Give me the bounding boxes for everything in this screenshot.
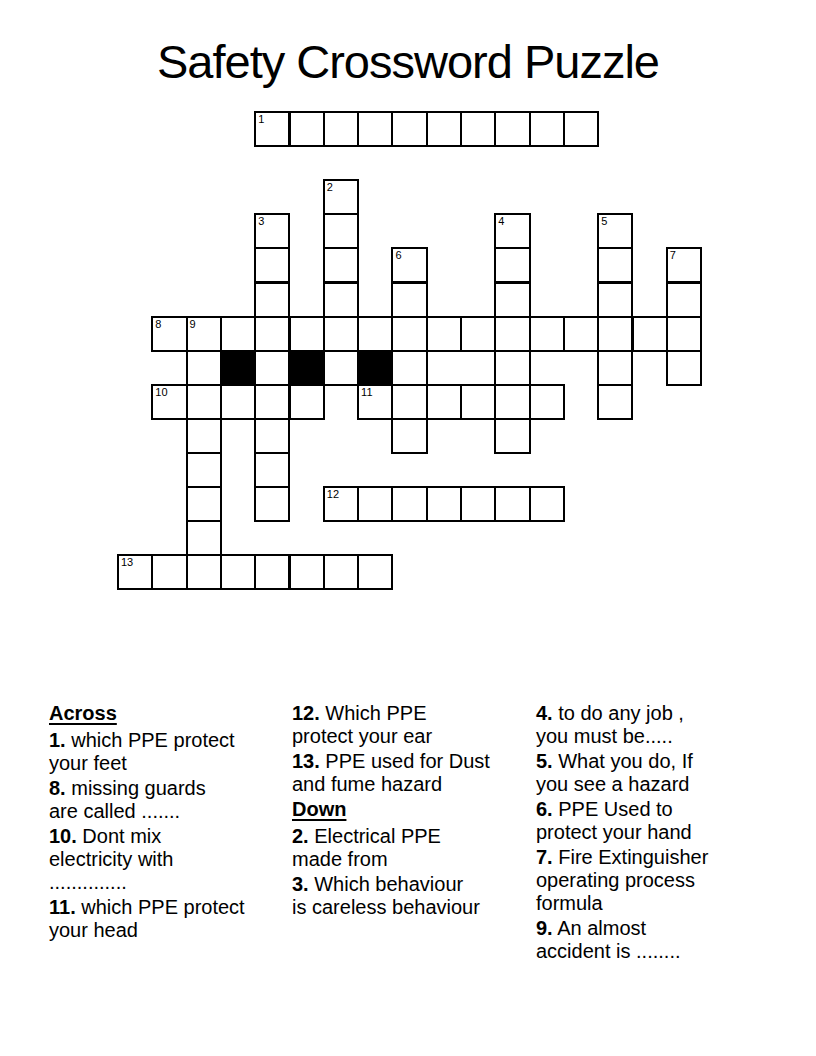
clue-label-3: 3. bbox=[292, 873, 309, 895]
clue-13: 13. PPE used for Dust and fume hazard bbox=[292, 750, 530, 796]
cell-r6c1[interactable]: 8 bbox=[151, 316, 187, 352]
cell-r7c14[interactable] bbox=[597, 350, 633, 386]
cell-r13c5[interactable] bbox=[289, 554, 325, 590]
clue-text-11: which PPE protect your head bbox=[49, 896, 245, 941]
cell-r6c4[interactable] bbox=[254, 316, 290, 352]
clue-label-11: 11. bbox=[49, 896, 76, 918]
clues-column-right: 4. to do any job , you must be.....5. Wh… bbox=[536, 702, 778, 965]
cell-r5c8[interactable] bbox=[391, 282, 427, 318]
black-cell-r7c3 bbox=[220, 350, 256, 386]
cell-r8c9[interactable] bbox=[426, 384, 462, 420]
clue-number-8: 8 bbox=[155, 318, 161, 331]
cell-r13c7[interactable] bbox=[357, 554, 393, 590]
cell-r9c11[interactable] bbox=[494, 418, 530, 454]
clues-column-middle: 12. Which PPE protect your ear13. PPE us… bbox=[292, 702, 530, 921]
clue-4: 4. to do any job , you must be..... bbox=[536, 702, 778, 748]
cell-r13c1[interactable] bbox=[151, 554, 187, 590]
clue-1: 1. which PPE protect your feet bbox=[49, 729, 287, 775]
cell-r11c6[interactable]: 12 bbox=[323, 486, 359, 522]
cell-r4c14[interactable] bbox=[597, 247, 633, 283]
cell-r8c12[interactable] bbox=[529, 384, 565, 420]
cell-r5c6[interactable] bbox=[323, 282, 359, 318]
cell-r4c6[interactable] bbox=[323, 247, 359, 283]
clue-12: 12. Which PPE protect your ear bbox=[292, 702, 530, 748]
cell-r6c6[interactable] bbox=[323, 316, 359, 352]
cell-r0c12[interactable] bbox=[529, 111, 565, 147]
cell-r4c16[interactable]: 7 bbox=[666, 247, 702, 283]
cell-r5c16[interactable] bbox=[666, 282, 702, 318]
clue-2: 2. Electrical PPE made from bbox=[292, 825, 530, 871]
cell-r8c8[interactable] bbox=[391, 384, 427, 420]
cell-r11c11[interactable] bbox=[494, 486, 530, 522]
cell-r8c7[interactable]: 11 bbox=[357, 384, 393, 420]
cell-r11c7[interactable] bbox=[357, 486, 393, 522]
cell-r0c4[interactable]: 1 bbox=[254, 111, 290, 147]
clue-6: 6. PPE Used to protect your hand bbox=[536, 798, 778, 844]
cell-r6c15[interactable] bbox=[632, 316, 668, 352]
cell-r8c2[interactable] bbox=[186, 384, 222, 420]
clue-9: 9. An almost accident is ........ bbox=[536, 917, 778, 963]
crossword-grid: 12345678910111213 bbox=[117, 111, 705, 593]
cell-r6c16[interactable] bbox=[666, 316, 702, 352]
cell-r3c14[interactable]: 5 bbox=[597, 213, 633, 249]
cell-r13c6[interactable] bbox=[323, 554, 359, 590]
clue-label-7: 7. bbox=[536, 846, 553, 868]
clue-text-7: Fire Extinguisher operating process form… bbox=[536, 846, 708, 914]
cell-r6c10[interactable] bbox=[460, 316, 496, 352]
cell-r10c2[interactable] bbox=[186, 452, 222, 488]
crossword-page: Safety Crossword Puzzle 1234567891011121… bbox=[0, 0, 816, 1056]
cell-r0c8[interactable] bbox=[391, 111, 427, 147]
across-heading: Across bbox=[49, 702, 287, 725]
clue-label-9: 9. bbox=[536, 917, 553, 939]
cell-r6c12[interactable] bbox=[529, 316, 565, 352]
cell-r0c10[interactable] bbox=[460, 111, 496, 147]
cell-r11c8[interactable] bbox=[391, 486, 427, 522]
cell-r7c8[interactable] bbox=[391, 350, 427, 386]
clue-number-10: 10 bbox=[155, 386, 167, 399]
cell-r10c4[interactable] bbox=[254, 452, 290, 488]
cell-r4c8[interactable]: 6 bbox=[391, 247, 427, 283]
cell-r3c6[interactable] bbox=[323, 213, 359, 249]
clue-text-8: missing guards are called ....... bbox=[49, 777, 206, 822]
clue-text-4: to do any job , you must be..... bbox=[536, 702, 684, 747]
cell-r9c8[interactable] bbox=[391, 418, 427, 454]
cell-r4c4[interactable] bbox=[254, 247, 290, 283]
cell-r5c11[interactable] bbox=[494, 282, 530, 318]
cell-r6c11[interactable] bbox=[494, 316, 530, 352]
cell-r13c2[interactable] bbox=[186, 554, 222, 590]
clue-number-1: 1 bbox=[258, 113, 264, 126]
cell-r8c10[interactable] bbox=[460, 384, 496, 420]
clue-10: 10. Dont mix electricity with ..........… bbox=[49, 825, 287, 894]
clue-text-13: PPE used for Dust and fume hazard bbox=[292, 750, 490, 795]
cell-r13c0[interactable]: 13 bbox=[117, 554, 153, 590]
cell-r11c2[interactable] bbox=[186, 486, 222, 522]
cell-r8c4[interactable] bbox=[254, 384, 290, 420]
cell-r13c4[interactable] bbox=[254, 554, 290, 590]
cell-r9c2[interactable] bbox=[186, 418, 222, 454]
cell-r7c2[interactable] bbox=[186, 350, 222, 386]
cell-r0c9[interactable] bbox=[426, 111, 462, 147]
cell-r7c11[interactable] bbox=[494, 350, 530, 386]
clue-number-5: 5 bbox=[601, 215, 607, 228]
clue-number-9: 9 bbox=[190, 318, 196, 331]
clue-number-13: 13 bbox=[121, 556, 133, 569]
cell-r7c6[interactable] bbox=[323, 350, 359, 386]
cell-r11c4[interactable] bbox=[254, 486, 290, 522]
clue-number-12: 12 bbox=[327, 488, 339, 501]
cell-r11c12[interactable] bbox=[529, 486, 565, 522]
cell-r6c5[interactable] bbox=[289, 316, 325, 352]
black-cell-r7c7 bbox=[357, 350, 393, 386]
clue-text-2: Electrical PPE made from bbox=[292, 825, 441, 870]
clue-text-6: PPE Used to protect your hand bbox=[536, 798, 692, 843]
clue-number-6: 6 bbox=[395, 249, 401, 262]
cell-r11c9[interactable] bbox=[426, 486, 462, 522]
cell-r8c5[interactable] bbox=[289, 384, 325, 420]
clue-text-5: What you do, If you see a hazard bbox=[536, 750, 693, 795]
cell-r4c11[interactable] bbox=[494, 247, 530, 283]
cell-r3c11[interactable]: 4 bbox=[494, 213, 530, 249]
cell-r6c7[interactable] bbox=[357, 316, 393, 352]
clue-label-10: 10. bbox=[49, 825, 77, 847]
cell-r2c6[interactable]: 2 bbox=[323, 179, 359, 215]
cell-r7c16[interactable] bbox=[666, 350, 702, 386]
clues-column-left: Across1. which PPE protect your feet8. m… bbox=[49, 702, 287, 944]
cell-r7c4[interactable] bbox=[254, 350, 290, 386]
cell-r0c7[interactable] bbox=[357, 111, 393, 147]
clue-label-6: 6. bbox=[536, 798, 553, 820]
clue-label-5: 5. bbox=[536, 750, 553, 772]
clue-label-12: 12. bbox=[292, 702, 320, 724]
cell-r6c8[interactable] bbox=[391, 316, 427, 352]
cell-r0c5[interactable] bbox=[289, 111, 325, 147]
clue-label-13: 13. bbox=[292, 750, 320, 772]
cell-r6c2[interactable]: 9 bbox=[186, 316, 222, 352]
clue-number-11: 11 bbox=[361, 386, 372, 399]
cell-r0c11[interactable] bbox=[494, 111, 530, 147]
black-cell-r7c5 bbox=[289, 350, 325, 386]
cell-r8c11[interactable] bbox=[494, 384, 530, 420]
cell-r0c6[interactable] bbox=[323, 111, 359, 147]
clue-label-4: 4. bbox=[536, 702, 553, 724]
page-title: Safety Crossword Puzzle bbox=[0, 34, 816, 89]
clue-number-3: 3 bbox=[258, 215, 264, 228]
cell-r5c14[interactable] bbox=[597, 282, 633, 318]
cell-r6c3[interactable] bbox=[220, 316, 256, 352]
clue-text-1: which PPE protect your feet bbox=[49, 729, 235, 774]
cell-r6c14[interactable] bbox=[597, 316, 633, 352]
cell-r6c9[interactable] bbox=[426, 316, 462, 352]
clue-number-4: 4 bbox=[498, 215, 504, 228]
cell-r13c3[interactable] bbox=[220, 554, 256, 590]
cell-r11c10[interactable] bbox=[460, 486, 496, 522]
cell-r0c13[interactable] bbox=[563, 111, 599, 147]
clue-8: 8. missing guards are called ....... bbox=[49, 777, 287, 823]
cell-r3c4[interactable]: 3 bbox=[254, 213, 290, 249]
cell-r8c3[interactable] bbox=[220, 384, 256, 420]
cell-r12c2[interactable] bbox=[186, 520, 222, 556]
clue-text-3: Which behaviour is careless behaviour bbox=[292, 873, 480, 918]
clue-number-7: 7 bbox=[670, 249, 676, 262]
cell-r5c4[interactable] bbox=[254, 282, 290, 318]
clue-label-2: 2. bbox=[292, 825, 309, 847]
clue-5: 5. What you do, If you see a hazard bbox=[536, 750, 778, 796]
clue-number-2: 2 bbox=[327, 181, 333, 194]
clue-label-1: 1. bbox=[49, 729, 66, 751]
clue-11: 11. which PPE protect your head bbox=[49, 896, 287, 942]
clue-7: 7. Fire Extinguisher operating process f… bbox=[536, 846, 778, 915]
cell-r9c4[interactable] bbox=[254, 418, 290, 454]
clue-3: 3. Which behaviour is careless behaviour bbox=[292, 873, 530, 919]
cell-r8c1[interactable]: 10 bbox=[151, 384, 187, 420]
cell-r6c13[interactable] bbox=[563, 316, 599, 352]
clue-text-9: An almost accident is ........ bbox=[536, 917, 681, 962]
clue-label-8: 8. bbox=[49, 777, 66, 799]
down-heading: Down bbox=[292, 798, 530, 821]
cell-r8c14[interactable] bbox=[597, 384, 633, 420]
